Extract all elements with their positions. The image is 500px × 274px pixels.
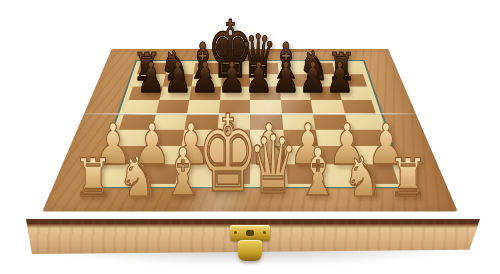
piece-light-knight[interactable]: ♞ — [342, 158, 383, 204]
piece-light-knight[interactable]: ♞ — [117, 158, 158, 204]
piece-light-rook[interactable]: ♜ — [73, 160, 112, 204]
piece-dark-pawn[interactable]: ♟ — [326, 68, 354, 99]
piece-dark-pawn[interactable]: ♟ — [137, 68, 165, 99]
piece-dark-pawn[interactable]: ♟ — [164, 68, 192, 99]
piece-light-queen[interactable]: ♛ — [248, 150, 298, 206]
piece-dark-pawn[interactable]: ♟ — [272, 68, 300, 99]
pieces-layer: ♜♞♝♚♛♝♞♜♟♟♟♟♟♟♟♟♟♟♟♟♟♟♟♟♜♞♝♚♛♝♞♜ — [0, 0, 500, 274]
piece-light-bishop[interactable]: ♝ — [296, 157, 339, 205]
chess-set-product-photo: ♜♞♝♚♛♝♞♜♟♟♟♟♟♟♟♟♟♟♟♟♟♟♟♟♜♞♝♚♛♝♞♜ — [0, 0, 500, 274]
piece-light-rook[interactable]: ♜ — [388, 160, 427, 204]
piece-dark-pawn[interactable]: ♟ — [299, 68, 327, 99]
